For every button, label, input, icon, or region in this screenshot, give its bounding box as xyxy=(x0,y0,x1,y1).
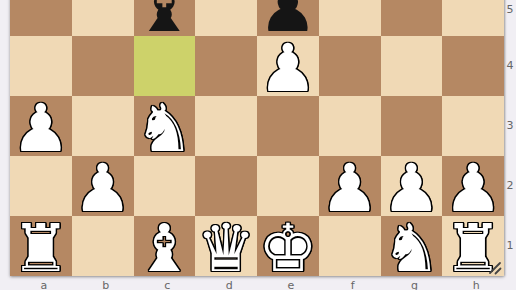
square-g3[interactable] xyxy=(381,96,443,156)
square-g2[interactable]: ♟ xyxy=(381,156,443,216)
white-pawn[interactable]: ♟ xyxy=(258,36,317,102)
white-knight[interactable]: ♞ xyxy=(382,216,441,282)
file-label-a: a xyxy=(13,277,75,290)
white-rook[interactable]: ♜ xyxy=(11,216,70,282)
white-bishop[interactable]: ♝ xyxy=(135,216,194,282)
white-queen[interactable]: ♛ xyxy=(197,216,256,282)
square-a1[interactable]: ♜ xyxy=(10,216,72,276)
square-b5[interactable] xyxy=(72,0,134,36)
square-e4[interactable]: ♟ xyxy=(257,36,319,96)
square-h3[interactable] xyxy=(442,96,504,156)
square-d4[interactable] xyxy=(195,36,257,96)
square-d1[interactable]: ♛ xyxy=(195,216,257,276)
file-label-b: b xyxy=(75,277,137,290)
white-pawn[interactable]: ♟ xyxy=(11,96,70,162)
square-e2[interactable] xyxy=(257,156,319,216)
white-pawn[interactable]: ♟ xyxy=(73,156,132,222)
rank-label-1: 1 xyxy=(504,239,516,252)
board-stage: ♝♟♟♟♞♟♟♟♟♜♝♛♚♞♜ 54321 abcdefgh xyxy=(0,0,516,290)
square-d3[interactable] xyxy=(195,96,257,156)
file-label-f: f xyxy=(322,277,384,290)
file-label-d: d xyxy=(198,277,260,290)
file-label-c: c xyxy=(137,277,199,290)
square-g1[interactable]: ♞ xyxy=(381,216,443,276)
square-h2[interactable]: ♟ xyxy=(442,156,504,216)
square-a3[interactable]: ♟ xyxy=(10,96,72,156)
file-coordinates-strip: abcdefgh xyxy=(10,277,504,290)
resize-slashes-icon xyxy=(487,260,503,276)
file-label-h: h xyxy=(445,277,507,290)
square-b4[interactable] xyxy=(72,36,134,96)
square-h5[interactable] xyxy=(442,0,504,36)
square-b3[interactable] xyxy=(72,96,134,156)
square-c5[interactable]: ♝ xyxy=(134,0,196,36)
square-e1[interactable]: ♚ xyxy=(257,216,319,276)
rank-label-2: 2 xyxy=(504,179,516,192)
chess-app-viewport: { "game": "chess", "orientation": "white… xyxy=(0,0,516,290)
square-d5[interactable] xyxy=(195,0,257,36)
square-a4[interactable] xyxy=(10,36,72,96)
rank-label-5: 5 xyxy=(504,3,516,16)
square-a5[interactable] xyxy=(10,0,72,36)
square-f3[interactable] xyxy=(319,96,381,156)
board-resize-handle-icon[interactable] xyxy=(487,260,503,276)
square-f2[interactable]: ♟ xyxy=(319,156,381,216)
chess-board: ♝♟♟♟♞♟♟♟♟♜♝♛♚♞♜ xyxy=(10,0,504,276)
file-label-e: e xyxy=(260,277,322,290)
file-label-g: g xyxy=(384,277,446,290)
square-g4[interactable] xyxy=(381,36,443,96)
square-b2[interactable]: ♟ xyxy=(72,156,134,216)
square-c3[interactable]: ♞ xyxy=(134,96,196,156)
rank-coordinates-strip: 54321 xyxy=(504,0,516,290)
white-king[interactable]: ♚ xyxy=(258,216,317,282)
rank-label-3: 3 xyxy=(504,119,516,132)
white-knight[interactable]: ♞ xyxy=(135,96,194,162)
square-d2[interactable] xyxy=(195,156,257,216)
white-pawn[interactable]: ♟ xyxy=(320,156,379,222)
black-bishop[interactable]: ♝ xyxy=(135,0,194,42)
square-f5[interactable] xyxy=(319,0,381,36)
square-c1[interactable]: ♝ xyxy=(134,216,196,276)
square-h4[interactable] xyxy=(442,36,504,96)
rank-label-4: 4 xyxy=(504,59,516,72)
square-f4[interactable] xyxy=(319,36,381,96)
square-g5[interactable] xyxy=(381,0,443,36)
